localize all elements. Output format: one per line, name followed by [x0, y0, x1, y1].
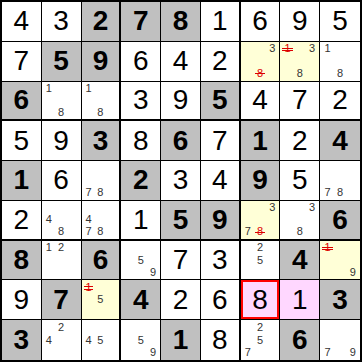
cell-value: 3 — [173, 166, 189, 194]
cell-value: 5 — [292, 166, 308, 194]
cell-r9c9[interactable]: 79 — [320, 320, 360, 360]
cell-r4c4[interactable]: 8 — [121, 121, 161, 161]
cell-value: 5 — [53, 47, 69, 75]
cell-r2c2[interactable]: 5 — [42, 42, 82, 82]
candidate-1: 1 — [321, 43, 334, 55]
cell-value: 9 — [212, 206, 228, 234]
cell-value: 7 — [53, 286, 69, 314]
cell-r2c6[interactable]: 2 — [201, 42, 241, 82]
candidate-5: 5 — [254, 334, 266, 347]
cell-value: 9 — [252, 166, 268, 194]
cell-value: 6 — [14, 86, 30, 114]
cell-r9c6[interactable]: 8 — [201, 320, 241, 360]
candidate-1: 1 — [43, 242, 55, 254]
cell-value: 4 — [292, 246, 308, 274]
candidate-grid: 18 — [43, 83, 80, 119]
candidate-4: 4 — [83, 214, 95, 226]
candidate-grid: 38 — [242, 43, 279, 80]
candidate-grid: 24 — [43, 321, 80, 359]
candidate-8: 8 — [55, 106, 67, 118]
cell-r4c8[interactable]: 2 — [280, 121, 320, 161]
candidate-grid: 59 — [122, 242, 159, 279]
cell-value: 6 — [252, 7, 268, 35]
cell-value: 4 — [252, 86, 268, 114]
cell-r8c5[interactable]: 2 — [161, 280, 201, 320]
cell-r9c7[interactable]: 257 — [241, 320, 281, 360]
candidate-1: 1 — [83, 83, 95, 95]
candidate-8: 8 — [94, 226, 106, 238]
candidate-1-eliminated: 1 — [83, 281, 95, 293]
cell-value: 6 — [173, 127, 189, 155]
cell-r9c3[interactable]: 45 — [82, 320, 122, 360]
cell-r8c2[interactable]: 7 — [42, 280, 82, 320]
cell-r4c1[interactable]: 5 — [2, 121, 42, 161]
cell-value: 3 — [93, 127, 109, 155]
cell-r2c9[interactable]: 18 — [320, 42, 360, 82]
cell-value: 5 — [14, 127, 30, 155]
cell-r1c6[interactable]: 1 — [201, 2, 241, 42]
candidate-4: 4 — [83, 334, 95, 347]
cell-value: 3 — [332, 286, 348, 314]
candidate-8: 8 — [94, 187, 106, 199]
candidate-grid: 19 — [321, 242, 359, 279]
cell-r3c3[interactable]: 18 — [82, 82, 122, 122]
cell-r7c8[interactable]: 4 — [280, 241, 320, 281]
cell-value: 4 — [133, 286, 149, 314]
candidate-4: 4 — [43, 214, 55, 226]
cell-value: 7 — [173, 246, 189, 274]
cell-r8c9[interactable]: 3 — [320, 280, 360, 320]
candidate-grid: 378 — [242, 202, 279, 238]
cell-r7c3[interactable]: 6 — [82, 241, 122, 281]
cell-value: 4 — [173, 47, 189, 75]
candidate-5: 5 — [135, 334, 147, 347]
cell-value: 2 — [212, 47, 228, 75]
cell-r8c3[interactable]: 15 — [82, 280, 122, 320]
cell-r3c1[interactable]: 6 — [2, 82, 42, 122]
cell-r8c7-selected[interactable]: 8 — [241, 280, 281, 320]
cell-value: 6 — [292, 326, 308, 354]
cell-value: 1 — [133, 206, 149, 234]
cell-r1c2[interactable]: 3 — [42, 2, 82, 42]
candidate-7: 7 — [321, 346, 334, 359]
cell-r1c4[interactable]: 7 — [121, 2, 161, 42]
cell-value: 2 — [133, 166, 149, 194]
cell-value: 6 — [332, 206, 348, 234]
cell-r6c9[interactable]: 6 — [320, 201, 360, 241]
candidate-grid: 138 — [281, 43, 318, 80]
cell-value: 6 — [212, 286, 228, 314]
cell-value: 1 — [212, 7, 228, 35]
candidate-grid: 38 — [281, 202, 318, 238]
candidate-9: 9 — [346, 346, 359, 359]
candidate-3: 3 — [306, 202, 318, 214]
cell-value: 9 — [93, 47, 109, 75]
candidate-5: 5 — [135, 254, 147, 266]
candidate-grid: 48 — [43, 202, 80, 238]
cell-value: 1 — [292, 286, 308, 314]
cell-r4c6[interactable]: 7 — [201, 121, 241, 161]
candidate-7: 7 — [242, 226, 254, 238]
cell-r5c1[interactable]: 1 — [2, 161, 42, 201]
candidate-7: 7 — [321, 187, 334, 199]
cell-r9c1[interactable]: 3 — [2, 320, 42, 360]
cell-r2c3[interactable]: 9 — [82, 42, 122, 82]
candidate-grid: 59 — [122, 321, 159, 359]
cell-r1c9[interactable]: 5 — [320, 2, 360, 42]
cell-value: 7 — [14, 47, 30, 75]
cell-r7c5[interactable]: 7 — [161, 241, 201, 281]
cell-r4c7[interactable]: 1 — [241, 121, 281, 161]
candidate-3: 3 — [306, 43, 318, 55]
cell-value: 1 — [14, 166, 30, 194]
candidate-grid: 78 — [83, 162, 119, 199]
cell-r5c7[interactable]: 9 — [241, 161, 281, 201]
candidate-grid: 12 — [43, 242, 80, 279]
candidate-8: 8 — [94, 106, 106, 118]
cell-r6c7[interactable]: 378 — [241, 201, 281, 241]
cell-value: 1 — [173, 326, 189, 354]
cell-value: 2 — [173, 286, 189, 314]
cell-r1c7[interactable]: 6 — [241, 2, 281, 42]
cell-value: 8 — [173, 7, 189, 35]
candidate-9: 9 — [147, 266, 159, 278]
cell-r3c9[interactable]: 2 — [320, 82, 360, 122]
cell-r5c4[interactable]: 2 — [121, 161, 161, 201]
cell-r9c8[interactable]: 6 — [280, 320, 320, 360]
cell-r5c5[interactable]: 3 — [161, 161, 201, 201]
candidate-grid: 478 — [83, 202, 119, 238]
cell-r3c2[interactable]: 18 — [42, 82, 82, 122]
candidate-3: 3 — [266, 202, 278, 214]
cell-value: 9 — [173, 86, 189, 114]
cell-r9c4[interactable]: 59 — [121, 320, 161, 360]
cell-r7c6[interactable]: 3 — [201, 241, 241, 281]
cell-r1c1[interactable]: 4 — [2, 2, 42, 42]
cell-value: 8 — [252, 286, 268, 314]
candidate-grid: 25 — [242, 242, 279, 279]
cell-value: 3 — [53, 7, 69, 35]
cell-r7c7[interactable]: 25 — [241, 241, 281, 281]
cell-value: 9 — [53, 127, 69, 155]
cell-value: 8 — [14, 246, 30, 274]
cell-r6c4[interactable]: 1 — [121, 201, 161, 241]
candidate-7: 7 — [83, 187, 95, 199]
candidate-1: 1 — [43, 83, 55, 95]
cell-value: 2 — [292, 127, 308, 155]
cell-r2c5[interactable]: 4 — [161, 42, 201, 82]
cell-r5c3[interactable]: 78 — [82, 161, 122, 201]
cell-r5c2[interactable]: 6 — [42, 161, 82, 201]
cell-r6c6[interactable]: 9 — [201, 201, 241, 241]
cell-r8c6[interactable]: 6 — [201, 280, 241, 320]
candidate-8-eliminated: 8 — [254, 226, 266, 238]
cell-r9c5[interactable]: 1 — [161, 320, 201, 360]
cell-r4c9[interactable]: 4 — [320, 121, 360, 161]
cell-r1c8[interactable]: 9 — [280, 2, 320, 42]
cell-value: 4 — [212, 166, 228, 194]
candidate-7: 7 — [83, 226, 95, 238]
cell-value: 9 — [292, 7, 308, 35]
cell-value: 6 — [53, 166, 69, 194]
cell-value: 1 — [252, 127, 268, 155]
cell-r2c4[interactable]: 6 — [121, 42, 161, 82]
candidate-grid: 78 — [321, 162, 359, 199]
candidate-9: 9 — [346, 266, 359, 278]
cell-r5c8[interactable]: 5 — [280, 161, 320, 201]
cell-r1c5[interactable]: 8 — [161, 2, 201, 42]
candidate-2: 2 — [254, 321, 266, 334]
cell-r3c7[interactable]: 4 — [241, 82, 281, 122]
cell-value: 5 — [212, 86, 228, 114]
cell-value: 8 — [212, 326, 228, 354]
candidate-1-eliminated: 1 — [321, 242, 334, 254]
candidate-3: 3 — [266, 43, 278, 55]
candidate-1-eliminated: 1 — [281, 43, 293, 55]
candidate-2: 2 — [55, 242, 67, 254]
cell-r2c8[interactable]: 138 — [280, 42, 320, 82]
cell-r2c1[interactable]: 7 — [2, 42, 42, 82]
cell-value: 5 — [332, 7, 348, 35]
candidate-5: 5 — [254, 254, 266, 266]
cell-value: 2 — [93, 7, 109, 35]
candidate-8: 8 — [294, 67, 306, 79]
cell-r7c9[interactable]: 19 — [320, 241, 360, 281]
cell-r5c9[interactable]: 78 — [320, 161, 360, 201]
cell-value: 7 — [133, 7, 149, 35]
candidate-grid: 79 — [321, 321, 359, 359]
cell-r6c8[interactable]: 38 — [280, 201, 320, 241]
cell-value: 4 — [14, 7, 30, 35]
candidate-grid: 257 — [242, 321, 279, 359]
cell-r8c4[interactable]: 4 — [121, 280, 161, 320]
cell-value: 7 — [292, 86, 308, 114]
cell-r8c1[interactable]: 9 — [2, 280, 42, 320]
cell-value: 6 — [133, 47, 149, 75]
cell-value: 5 — [173, 206, 189, 234]
candidate-8: 8 — [294, 226, 306, 238]
cell-r4c5[interactable]: 6 — [161, 121, 201, 161]
candidate-4: 4 — [43, 334, 55, 347]
cell-r8c8[interactable]: 1 — [280, 280, 320, 320]
candidate-grid: 15 — [83, 281, 119, 318]
cell-value: 4 — [332, 127, 348, 155]
cell-r3c8[interactable]: 7 — [280, 82, 320, 122]
candidate-8: 8 — [334, 187, 347, 199]
cell-r4c2[interactable]: 9 — [42, 121, 82, 161]
cell-r6c2[interactable]: 48 — [42, 201, 82, 241]
candidate-5: 5 — [94, 294, 106, 306]
candidate-8: 8 — [55, 226, 67, 238]
cell-value: 3 — [14, 326, 30, 354]
candidate-grid: 18 — [321, 43, 359, 80]
cell-r6c1[interactable]: 2 — [2, 201, 42, 241]
cell-r2c7[interactable]: 38 — [241, 42, 281, 82]
candidate-8-eliminated: 8 — [254, 67, 266, 79]
cell-r3c4[interactable]: 3 — [121, 82, 161, 122]
cell-r3c6[interactable]: 5 — [201, 82, 241, 122]
cell-r7c1[interactable]: 8 — [2, 241, 42, 281]
cell-value: 3 — [212, 246, 228, 274]
cell-r5c6[interactable]: 4 — [201, 161, 241, 201]
cell-r6c5[interactable]: 5 — [161, 201, 201, 241]
cell-value: 3 — [133, 86, 149, 114]
cell-r1c3[interactable]: 2 — [82, 2, 122, 42]
candidate-8: 8 — [334, 67, 347, 79]
candidate-2: 2 — [254, 242, 266, 254]
cell-r6c3[interactable]: 478 — [82, 201, 122, 241]
candidate-grid: 45 — [83, 321, 119, 359]
cell-r9c2[interactable]: 24 — [42, 320, 82, 360]
cell-value: 2 — [332, 86, 348, 114]
cell-r4c3[interactable]: 3 — [82, 121, 122, 161]
candidate-7: 7 — [242, 346, 254, 359]
cell-value: 6 — [93, 246, 109, 274]
cell-value: 2 — [14, 206, 30, 234]
sudoku-board: 4327816957596423813818618183954725938671… — [0, 0, 362, 362]
cell-r7c4[interactable]: 59 — [121, 241, 161, 281]
cell-value: 8 — [133, 127, 149, 155]
candidate-5: 5 — [94, 334, 106, 347]
cell-r7c2[interactable]: 12 — [42, 241, 82, 281]
cell-value: 7 — [212, 127, 228, 155]
candidate-grid: 18 — [83, 83, 119, 119]
candidate-9: 9 — [147, 346, 159, 359]
candidate-2: 2 — [55, 321, 67, 334]
cell-value: 9 — [14, 286, 30, 314]
cell-r3c5[interactable]: 9 — [161, 82, 201, 122]
